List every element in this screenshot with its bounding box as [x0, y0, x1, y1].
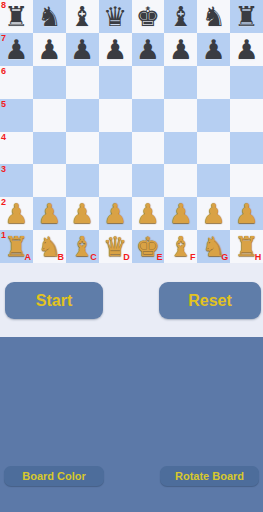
- square-a8[interactable]: ♜: [0, 0, 33, 33]
- square-g5[interactable]: [197, 99, 230, 132]
- square-h6[interactable]: [230, 66, 263, 99]
- black-bishop: ♝: [66, 0, 99, 33]
- square-h8[interactable]: ♜: [230, 0, 263, 33]
- square-b7[interactable]: ♟: [33, 33, 66, 66]
- white-queen: ♛: [99, 230, 132, 263]
- white-pawn: ♟: [132, 197, 165, 230]
- square-h7[interactable]: ♟: [230, 33, 263, 66]
- square-a6[interactable]: [0, 66, 33, 99]
- square-e7[interactable]: ♟: [132, 33, 165, 66]
- square-f5[interactable]: [164, 99, 197, 132]
- chess-board: ♜♞♝♛♚♝♞♜♟♟♟♟♟♟♟♟♟♟♟♟♟♟♟♟♜♞♝♛♚♝♞♜: [0, 0, 263, 263]
- square-b2[interactable]: ♟: [33, 197, 66, 230]
- white-knight: ♞: [197, 230, 230, 263]
- white-pawn: ♟: [230, 197, 263, 230]
- white-pawn: ♟: [33, 197, 66, 230]
- square-d3[interactable]: [99, 164, 132, 197]
- black-pawn: ♟: [99, 33, 132, 66]
- black-rook: ♜: [230, 0, 263, 33]
- white-bishop: ♝: [164, 230, 197, 263]
- square-d7[interactable]: ♟: [99, 33, 132, 66]
- black-queen: ♛: [99, 0, 132, 33]
- black-bishop: ♝: [164, 0, 197, 33]
- square-c4[interactable]: [66, 132, 99, 165]
- white-pawn: ♟: [99, 197, 132, 230]
- square-h3[interactable]: [230, 164, 263, 197]
- black-pawn: ♟: [132, 33, 165, 66]
- square-f4[interactable]: [164, 132, 197, 165]
- square-g7[interactable]: ♟: [197, 33, 230, 66]
- square-c1[interactable]: ♝: [66, 230, 99, 263]
- rotate-board-button-label: Rotate Board: [175, 470, 244, 482]
- bottom-panel: Board Color Rotate Board: [0, 337, 263, 512]
- square-f6[interactable]: [164, 66, 197, 99]
- black-knight: ♞: [197, 0, 230, 33]
- square-a4[interactable]: [0, 132, 33, 165]
- square-g8[interactable]: ♞: [197, 0, 230, 33]
- square-c8[interactable]: ♝: [66, 0, 99, 33]
- square-b8[interactable]: ♞: [33, 0, 66, 33]
- black-king: ♚: [132, 0, 165, 33]
- square-g6[interactable]: [197, 66, 230, 99]
- white-king: ♚: [132, 230, 165, 263]
- white-pawn: ♟: [0, 197, 33, 230]
- square-e3[interactable]: [132, 164, 165, 197]
- square-f1[interactable]: ♝: [164, 230, 197, 263]
- black-knight: ♞: [33, 0, 66, 33]
- square-a3[interactable]: [0, 164, 33, 197]
- reset-button[interactable]: Reset: [159, 282, 261, 319]
- square-f2[interactable]: ♟: [164, 197, 197, 230]
- reset-button-label: Reset: [188, 292, 232, 310]
- chess-app-window: ♜♞♝♛♚♝♞♜♟♟♟♟♟♟♟♟♟♟♟♟♟♟♟♟♜♞♝♛♚♝♞♜ 8765432…: [0, 0, 263, 512]
- square-g4[interactable]: [197, 132, 230, 165]
- square-f7[interactable]: ♟: [164, 33, 197, 66]
- black-pawn: ♟: [230, 33, 263, 66]
- start-button[interactable]: Start: [5, 282, 103, 319]
- black-pawn: ♟: [66, 33, 99, 66]
- white-rook: ♜: [0, 230, 33, 263]
- square-d4[interactable]: [99, 132, 132, 165]
- square-c2[interactable]: ♟: [66, 197, 99, 230]
- square-e6[interactable]: [132, 66, 165, 99]
- square-b3[interactable]: [33, 164, 66, 197]
- square-a7[interactable]: ♟: [0, 33, 33, 66]
- square-h2[interactable]: ♟: [230, 197, 263, 230]
- board-color-button-label: Board Color: [22, 470, 86, 482]
- square-h4[interactable]: [230, 132, 263, 165]
- square-b5[interactable]: [33, 99, 66, 132]
- square-b4[interactable]: [33, 132, 66, 165]
- square-g3[interactable]: [197, 164, 230, 197]
- square-g2[interactable]: ♟: [197, 197, 230, 230]
- square-c6[interactable]: [66, 66, 99, 99]
- square-c3[interactable]: [66, 164, 99, 197]
- square-d5[interactable]: [99, 99, 132, 132]
- square-d8[interactable]: ♛: [99, 0, 132, 33]
- white-knight: ♞: [33, 230, 66, 263]
- square-e1[interactable]: ♚: [132, 230, 165, 263]
- square-c5[interactable]: [66, 99, 99, 132]
- square-h5[interactable]: [230, 99, 263, 132]
- black-pawn: ♟: [164, 33, 197, 66]
- square-d2[interactable]: ♟: [99, 197, 132, 230]
- board-color-button[interactable]: Board Color: [4, 466, 104, 486]
- white-pawn: ♟: [164, 197, 197, 230]
- square-e2[interactable]: ♟: [132, 197, 165, 230]
- rotate-board-button[interactable]: Rotate Board: [160, 466, 259, 486]
- square-f8[interactable]: ♝: [164, 0, 197, 33]
- square-g1[interactable]: ♞: [197, 230, 230, 263]
- square-d6[interactable]: [99, 66, 132, 99]
- square-b1[interactable]: ♞: [33, 230, 66, 263]
- square-e8[interactable]: ♚: [132, 0, 165, 33]
- white-bishop: ♝: [66, 230, 99, 263]
- square-e5[interactable]: [132, 99, 165, 132]
- square-h1[interactable]: ♜: [230, 230, 263, 263]
- square-a1[interactable]: ♜: [0, 230, 33, 263]
- white-pawn: ♟: [197, 197, 230, 230]
- square-e4[interactable]: [132, 132, 165, 165]
- white-rook: ♜: [230, 230, 263, 263]
- square-a2[interactable]: ♟: [0, 197, 33, 230]
- square-b6[interactable]: [33, 66, 66, 99]
- square-a5[interactable]: [0, 99, 33, 132]
- start-button-label: Start: [36, 292, 72, 310]
- white-pawn: ♟: [66, 197, 99, 230]
- square-c7[interactable]: ♟: [66, 33, 99, 66]
- black-pawn: ♟: [0, 33, 33, 66]
- black-pawn: ♟: [33, 33, 66, 66]
- black-rook: ♜: [0, 0, 33, 33]
- square-d1[interactable]: ♛: [99, 230, 132, 263]
- square-f3[interactable]: [164, 164, 197, 197]
- black-pawn: ♟: [197, 33, 230, 66]
